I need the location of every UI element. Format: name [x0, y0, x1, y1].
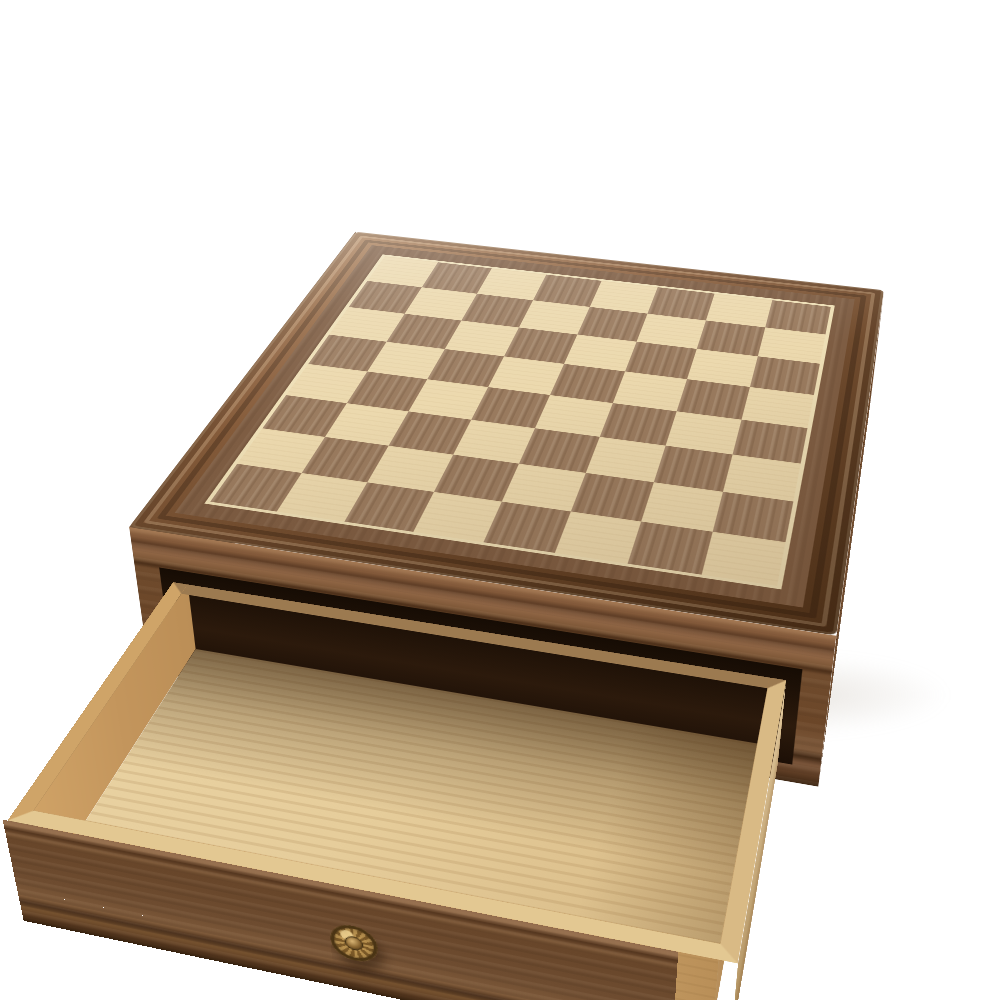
- board-square-h3: [723, 454, 801, 501]
- board-square-b1: [277, 473, 368, 522]
- board-square-d1: [413, 492, 502, 542]
- board-square-f5: [613, 371, 687, 411]
- board-square-e5: [550, 364, 625, 403]
- board-square-b3: [325, 403, 409, 446]
- board-square-g4: [666, 411, 742, 454]
- product-photo-stage: [0, 0, 1000, 1000]
- board-square-g5: [677, 379, 750, 420]
- squares-grid: [210, 256, 831, 586]
- board-square-a1: [210, 464, 301, 512]
- board-square-d3: [453, 420, 535, 464]
- board-square-e2: [502, 464, 586, 512]
- board-square-f2: [571, 473, 654, 522]
- board-square-a3: [262, 395, 346, 437]
- board-square-c3: [389, 411, 472, 454]
- board-square-g3: [654, 446, 733, 492]
- board-square-h2: [713, 492, 794, 542]
- chess-box: [129, 232, 884, 636]
- board-square-a2: [237, 428, 325, 473]
- knob-center-cap: [344, 935, 363, 952]
- board-square-e1: [483, 502, 570, 553]
- board-square-h1: [702, 532, 786, 586]
- board-square-f3: [586, 437, 666, 482]
- board-square-d2: [434, 455, 519, 502]
- board-square-f1: [555, 511, 641, 563]
- perspective-viewport: [0, 0, 1000, 1000]
- board-square-b2: [302, 437, 389, 482]
- board-square-e3: [519, 428, 600, 473]
- board-square-g2: [641, 482, 723, 531]
- board-square-c1: [344, 482, 434, 531]
- board-square-h5: [742, 387, 814, 428]
- drawer-knob: [329, 921, 379, 965]
- board-square-h4: [733, 420, 808, 464]
- board-square-c2: [367, 446, 453, 492]
- board-square-f4: [600, 403, 677, 446]
- board-square-g1: [628, 522, 713, 575]
- board-square-e4: [535, 395, 613, 437]
